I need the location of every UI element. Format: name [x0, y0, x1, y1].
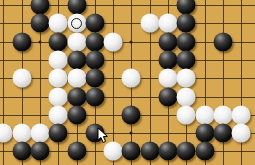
black-stone	[30, 0, 49, 15]
grid-line-horizontal	[0, 97, 255, 98]
black-stone	[12, 142, 31, 161]
black-stone	[177, 50, 196, 69]
black-stone	[85, 14, 104, 33]
white-stone	[159, 69, 178, 88]
black-stone	[159, 142, 178, 161]
black-stone	[30, 14, 49, 33]
black-stone	[12, 32, 31, 51]
black-stone	[213, 124, 232, 143]
white-stone	[67, 69, 86, 88]
white-stone	[12, 69, 31, 88]
white-stone	[104, 32, 123, 51]
star-point	[130, 132, 133, 135]
black-stone	[159, 32, 178, 51]
black-stone	[195, 142, 214, 161]
white-stone	[30, 124, 49, 143]
grid-line-vertical	[113, 0, 114, 165]
white-stone	[49, 69, 68, 88]
black-stone	[67, 50, 86, 69]
white-stone	[177, 105, 196, 124]
white-stone	[122, 69, 141, 88]
black-stone	[67, 142, 86, 161]
black-stone	[67, 0, 86, 15]
black-stone	[85, 69, 104, 88]
white-stone	[49, 105, 68, 124]
white-stone	[12, 124, 31, 143]
white-stone	[67, 32, 86, 51]
black-stone	[159, 50, 178, 69]
black-stone	[85, 50, 104, 69]
white-stone	[232, 105, 251, 124]
black-stone	[30, 142, 49, 161]
black-stone	[177, 0, 196, 15]
black-stone	[67, 87, 86, 106]
white-stone	[140, 14, 159, 33]
black-stone	[85, 32, 104, 51]
white-stone	[49, 50, 68, 69]
last-move-marker	[71, 18, 82, 29]
black-stone	[49, 124, 68, 143]
white-stone	[195, 105, 214, 124]
black-stone	[122, 105, 141, 124]
white-stone	[213, 105, 232, 124]
white-stone	[0, 124, 13, 143]
go-board[interactable]	[0, 0, 255, 165]
white-stone	[67, 14, 86, 33]
black-stone	[177, 142, 196, 161]
mouse-cursor-icon	[97, 127, 111, 145]
star-point	[130, 40, 133, 43]
black-stone	[67, 105, 86, 124]
black-stone	[213, 32, 232, 51]
black-stone	[177, 14, 196, 33]
grid-line-horizontal	[0, 60, 255, 61]
black-stone	[49, 32, 68, 51]
white-stone	[49, 87, 68, 106]
black-stone	[159, 87, 178, 106]
black-stone	[177, 32, 196, 51]
white-stone	[49, 14, 68, 33]
black-stone	[140, 142, 159, 161]
white-stone	[177, 87, 196, 106]
star-point	[38, 40, 41, 43]
black-stone	[122, 142, 141, 161]
white-stone	[159, 14, 178, 33]
black-stone	[195, 124, 214, 143]
white-stone	[232, 124, 251, 143]
white-stone	[177, 69, 196, 88]
black-stone	[85, 87, 104, 106]
